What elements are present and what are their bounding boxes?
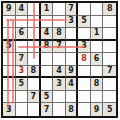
cell-r2c4[interactable] bbox=[41, 16, 54, 29]
cell-r5c5[interactable] bbox=[53, 53, 66, 66]
cell-r2c3[interactable] bbox=[28, 16, 41, 29]
cell-r4c6[interactable] bbox=[66, 41, 79, 54]
cell-r4c5[interactable]: 7 bbox=[53, 41, 66, 54]
cell-r3c2[interactable]: 6 bbox=[16, 28, 29, 41]
cell-r8c9[interactable] bbox=[103, 91, 116, 104]
cell-r3c4[interactable]: 4 bbox=[41, 28, 54, 41]
cell-r2c2[interactable] bbox=[16, 16, 29, 29]
cell-r8c1[interactable] bbox=[3, 91, 16, 104]
cell-r4c3[interactable] bbox=[28, 41, 41, 54]
cell-r9c9[interactable]: 5 bbox=[103, 103, 116, 116]
cell-r5c4[interactable] bbox=[41, 53, 54, 66]
cell-r4c9[interactable] bbox=[103, 41, 116, 54]
cell-r9c5[interactable] bbox=[53, 103, 66, 116]
cell-r3c9[interactable] bbox=[103, 28, 116, 41]
cell-r7c3[interactable] bbox=[28, 78, 41, 91]
cell-r2c8[interactable] bbox=[91, 16, 104, 29]
cell-r1c7[interactable] bbox=[78, 3, 91, 16]
cell-r8c5[interactable] bbox=[53, 91, 66, 104]
cell-r9c1[interactable]: 3 bbox=[3, 103, 16, 116]
cell-r9c6[interactable]: 8 bbox=[66, 103, 79, 116]
cell-r3c8[interactable]: 1 bbox=[91, 28, 104, 41]
cell-r9c4[interactable]: 7 bbox=[41, 103, 54, 116]
cell-r5c9[interactable] bbox=[103, 53, 116, 66]
cell-r3c1[interactable] bbox=[3, 28, 16, 41]
cell-r1c2[interactable]: 4 bbox=[16, 3, 29, 16]
cell-r6c9[interactable]: 7 bbox=[103, 66, 116, 79]
cell-r5c3[interactable] bbox=[28, 53, 41, 66]
cell-r3c3[interactable] bbox=[28, 28, 41, 41]
cell-r6c4[interactable] bbox=[41, 66, 54, 79]
cell-r5c2[interactable]: 7 bbox=[16, 53, 29, 66]
cell-r7c1[interactable] bbox=[3, 78, 16, 91]
cell-r1c6[interactable]: 7 bbox=[66, 3, 79, 16]
cell-r6c5[interactable]: 4 bbox=[53, 66, 66, 79]
cell-r5c7[interactable]: 8 bbox=[78, 53, 91, 66]
cell-r2c1[interactable] bbox=[3, 16, 16, 29]
cell-r9c2[interactable] bbox=[16, 103, 29, 116]
cell-r7c2[interactable]: 5 bbox=[16, 78, 29, 91]
cell-r7c7[interactable] bbox=[78, 78, 91, 91]
cell-r7c9[interactable] bbox=[103, 78, 116, 91]
cell-r9c8[interactable]: 9 bbox=[91, 103, 104, 116]
cell-r8c4[interactable]: 5 bbox=[41, 91, 54, 104]
cell-r2c6[interactable]: 3 bbox=[66, 16, 79, 29]
cell-r9c7[interactable] bbox=[78, 103, 91, 116]
cell-r2c9[interactable] bbox=[103, 16, 116, 29]
cell-r2c7[interactable]: 5 bbox=[78, 16, 91, 29]
sudoku-app: { "game": "sudoku", "grid": {"rows": 9, … bbox=[0, 0, 120, 120]
cell-r8c3[interactable]: 7 bbox=[28, 91, 41, 104]
cell-r6c7[interactable] bbox=[78, 66, 91, 79]
cell-r6c6[interactable]: 9 bbox=[66, 66, 79, 79]
cell-r4c1[interactable]: 5 bbox=[3, 41, 16, 54]
cell-r2c5[interactable] bbox=[53, 16, 66, 29]
cell-r8c8[interactable] bbox=[91, 91, 104, 104]
cell-r7c6[interactable]: 4 bbox=[66, 78, 79, 91]
cell-r4c8[interactable] bbox=[91, 41, 104, 54]
cell-r5c1[interactable] bbox=[3, 53, 16, 66]
cell-r3c7[interactable] bbox=[78, 28, 91, 41]
cell-r8c2[interactable] bbox=[16, 91, 29, 104]
cell-r1c9[interactable]: 8 bbox=[103, 3, 116, 16]
sudoku-board: 9417835648158737863849753487537895 bbox=[1, 1, 118, 118]
cell-r1c4[interactable]: 1 bbox=[41, 3, 54, 16]
cell-r3c6[interactable] bbox=[66, 28, 79, 41]
cell-r9c3[interactable] bbox=[28, 103, 41, 116]
cell-r8c6[interactable] bbox=[66, 91, 79, 104]
cell-r6c1[interactable] bbox=[3, 66, 16, 79]
cell-r1c3[interactable] bbox=[28, 3, 41, 16]
cell-r7c4[interactable] bbox=[41, 78, 54, 91]
cell-r7c8[interactable]: 8 bbox=[91, 78, 104, 91]
cell-r4c7[interactable]: 3 bbox=[78, 41, 91, 54]
cell-r1c1[interactable]: 9 bbox=[3, 3, 16, 16]
cell-r1c5[interactable] bbox=[53, 3, 66, 16]
cell-r3c5[interactable]: 8 bbox=[53, 28, 66, 41]
cell-r7c5[interactable]: 3 bbox=[53, 78, 66, 91]
cell-r5c6[interactable] bbox=[66, 53, 79, 66]
cell-r4c2[interactable] bbox=[16, 41, 29, 54]
cell-r6c2[interactable]: 3 bbox=[16, 66, 29, 79]
cell-r5c8[interactable]: 6 bbox=[91, 53, 104, 66]
cell-r8c7[interactable] bbox=[78, 91, 91, 104]
cell-r4c4[interactable]: 8 bbox=[41, 41, 54, 54]
cell-r6c8[interactable] bbox=[91, 66, 104, 79]
cell-r6c3[interactable]: 8 bbox=[28, 66, 41, 79]
cell-r1c8[interactable] bbox=[91, 3, 104, 16]
